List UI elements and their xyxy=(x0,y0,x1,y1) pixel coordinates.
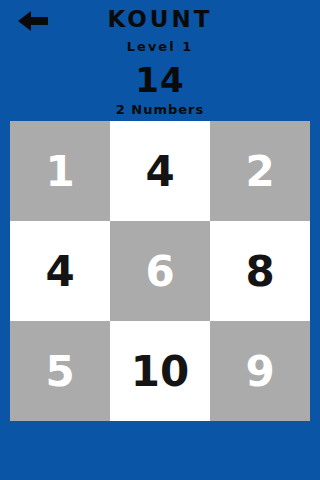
numbers-hint: 2 Numbers xyxy=(0,102,320,117)
grid-cell[interactable]: 4 xyxy=(10,221,110,321)
level-label: Level 1 xyxy=(0,39,320,54)
grid-cell[interactable]: 9 xyxy=(210,321,310,421)
grid-cell[interactable]: 4 xyxy=(110,121,210,221)
grid-cell[interactable]: 10 xyxy=(110,321,210,421)
grid-cell[interactable]: 6 xyxy=(110,221,210,321)
grid-cell[interactable]: 5 xyxy=(10,321,110,421)
grid-cell[interactable]: 8 xyxy=(210,221,310,321)
back-arrow-icon xyxy=(18,9,52,33)
number-grid: 1 4 2 4 6 8 5 10 9 xyxy=(10,121,310,421)
target-number: 14 xyxy=(0,60,320,100)
grid-cell[interactable]: 2 xyxy=(210,121,310,221)
grid-cell[interactable]: 1 xyxy=(10,121,110,221)
header: KOUNT Level 1 14 2 Numbers xyxy=(0,0,320,121)
back-button[interactable] xyxy=(18,9,52,33)
